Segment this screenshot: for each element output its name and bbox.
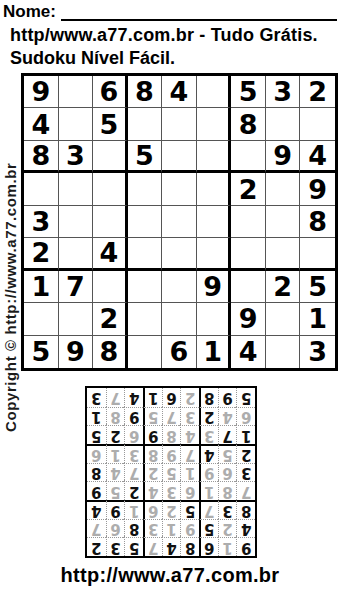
solution-cell-r7c9: 5 <box>87 425 106 444</box>
puzzle-cell-r9c2[interactable]: 9 <box>59 336 94 368</box>
vertical-copyright-text: Copyright © http://www.a77.com.br <box>2 163 19 432</box>
puzzle-cell-r2c1[interactable]: 4 <box>24 108 59 140</box>
puzzle-cell-r4c5[interactable] <box>162 173 197 205</box>
solution-cell-r7c4: 4 <box>180 425 199 444</box>
solution-cell-r6c3: 4 <box>199 444 218 463</box>
solution-cell-r1c6: 7 <box>143 537 162 556</box>
puzzle-cell-r9c5[interactable]: 6 <box>162 336 197 368</box>
solution-cell-r9c4: 2 <box>180 388 199 407</box>
solution-cell-r7c2: 7 <box>218 425 237 444</box>
puzzle-cell-r3c5[interactable] <box>162 141 197 173</box>
puzzle-cell-r3c4[interactable]: 5 <box>128 141 163 173</box>
puzzle-cell-r2c3[interactable]: 5 <box>93 108 128 140</box>
solution-cell-r5c7: 7 <box>124 463 143 482</box>
puzzle-cell-r6c2[interactable] <box>59 238 94 270</box>
puzzle-cell-r8c6[interactable] <box>197 303 232 335</box>
solution-cell-r1c2: 1 <box>218 537 237 556</box>
puzzle-cell-r1c3[interactable]: 6 <box>93 76 128 108</box>
puzzle-cell-r4c4[interactable] <box>128 173 163 205</box>
solution-cell-r6c2: 5 <box>218 444 237 463</box>
puzzle-cell-r5c5[interactable] <box>162 206 197 238</box>
name-underline-field[interactable] <box>61 19 337 21</box>
solution-cell-r2c4: 9 <box>180 519 199 538</box>
puzzle-cell-r1c6[interactable] <box>197 76 232 108</box>
solution-cell-r9c7: 4 <box>124 388 143 407</box>
puzzle-cell-r7c3[interactable] <box>93 271 128 303</box>
solution-cell-r5c1: 3 <box>236 463 255 482</box>
puzzle-cell-r1c7[interactable]: 5 <box>231 76 266 108</box>
puzzle-cell-r3c6[interactable] <box>197 141 232 173</box>
solution-cell-r6c5: 9 <box>162 444 181 463</box>
footer-url: http://www.a77.com.br <box>0 564 340 587</box>
solution-cell-r5c4: 1 <box>180 463 199 482</box>
puzzle-cell-r8c9[interactable]: 1 <box>300 303 335 335</box>
solution-cell-r3c5: 2 <box>162 500 181 519</box>
puzzle-cell-r5c9[interactable]: 8 <box>300 206 335 238</box>
solution-cell-r9c9: 3 <box>87 388 106 407</box>
solution-cell-r1c1: 9 <box>236 537 255 556</box>
solution-cell-r8c4: 3 <box>180 407 199 426</box>
solution-cell-r9c1: 5 <box>236 388 255 407</box>
solution-cell-r1c7: 5 <box>124 537 143 556</box>
solution-cell-r2c9: 7 <box>87 519 106 538</box>
solution-cell-r4c8: 5 <box>106 481 125 500</box>
puzzle-cell-r8c1[interactable] <box>24 303 59 335</box>
solution-cell-r1c9: 2 <box>87 537 106 556</box>
puzzle-cell-r7c9[interactable]: 5 <box>300 271 335 303</box>
solution-cell-r7c6: 9 <box>143 425 162 444</box>
puzzle-cell-r3c7[interactable] <box>231 141 266 173</box>
puzzle-cell-r8c4[interactable] <box>128 303 163 335</box>
solution-cell-r6c7: 3 <box>124 444 143 463</box>
solution-cell-r6c4: 7 <box>180 444 199 463</box>
puzzle-cell-r1c2[interactable] <box>59 76 94 108</box>
puzzle-cell-r2c4[interactable] <box>128 108 163 140</box>
puzzle-cell-r7c7[interactable] <box>231 271 266 303</box>
puzzle-cell-r7c8[interactable]: 2 <box>266 271 301 303</box>
solution-cell-r5c6: 2 <box>143 463 162 482</box>
puzzle-cell-r5c4[interactable] <box>128 206 163 238</box>
puzzle-cell-r5c6[interactable] <box>197 206 232 238</box>
solution-cell-r9c8: 7 <box>106 388 125 407</box>
puzzle-cell-r1c5[interactable]: 4 <box>162 76 197 108</box>
puzzle-cell-r4c6[interactable] <box>197 173 232 205</box>
puzzle-cell-r9c7[interactable]: 4 <box>231 336 266 368</box>
solution-cell-r6c9: 6 <box>87 444 106 463</box>
solution-cell-r5c8: 4 <box>106 463 125 482</box>
solution-cell-r7c1: 1 <box>236 425 255 444</box>
solution-cell-r9c5: 6 <box>162 388 181 407</box>
puzzle-cell-r8c2[interactable] <box>59 303 94 335</box>
puzzle-cell-r8c3[interactable]: 2 <box>93 303 128 335</box>
puzzle-cell-r7c4[interactable] <box>128 271 163 303</box>
solution-cell-r5c2: 6 <box>218 463 237 482</box>
solution-cell-r2c1: 4 <box>236 519 255 538</box>
puzzle-cell-r9c4[interactable] <box>128 336 163 368</box>
solution-cell-r2c7: 8 <box>124 519 143 538</box>
puzzle-cell-r6c1[interactable]: 2 <box>24 238 59 270</box>
solution-cell-r6c6: 8 <box>143 444 162 463</box>
solution-cell-r3c2: 3 <box>218 500 237 519</box>
solution-cell-r8c7: 9 <box>124 407 143 426</box>
puzzle-cell-r7c6[interactable]: 9 <box>197 271 232 303</box>
solution-cell-r2c6: 3 <box>143 519 162 538</box>
solution-cell-r2c5: 1 <box>162 519 181 538</box>
solution-cell-r1c8: 3 <box>106 537 125 556</box>
solution-cell-r7c8: 2 <box>106 425 125 444</box>
puzzle-cell-r3c1[interactable]: 8 <box>24 141 59 173</box>
puzzle-cell-r4c8[interactable] <box>266 173 301 205</box>
puzzle-cell-r9c8[interactable] <box>266 336 301 368</box>
puzzle-cell-r6c9[interactable] <box>300 238 335 270</box>
puzzle-cell-r4c1[interactable] <box>24 173 59 205</box>
puzzle-cell-r6c3[interactable]: 4 <box>93 238 128 270</box>
puzzle-cell-r9c9[interactable]: 3 <box>300 336 335 368</box>
puzzle-cell-r6c7[interactable] <box>231 238 266 270</box>
puzzle-title: Sudoku Nível Fácil. <box>10 48 175 69</box>
solution-cell-r1c5: 4 <box>162 537 181 556</box>
puzzle-cell-r5c1[interactable]: 3 <box>24 206 59 238</box>
solution-cell-r1c4: 8 <box>180 537 199 556</box>
puzzle-cell-r8c7[interactable]: 9 <box>231 303 266 335</box>
solution-cell-r4c7: 2 <box>124 481 143 500</box>
solution-cell-r3c7: 1 <box>124 500 143 519</box>
solution-cell-r7c7: 6 <box>124 425 143 444</box>
solution-cell-r6c8: 1 <box>106 444 125 463</box>
solution-cell-r9c6: 1 <box>143 388 162 407</box>
puzzle-cell-r2c6[interactable] <box>197 108 232 140</box>
name-label: Nome: <box>3 2 56 22</box>
puzzle-cell-r1c1[interactable]: 9 <box>24 76 59 108</box>
puzzle-cell-r6c4[interactable] <box>128 238 163 270</box>
solution-cell-r4c6: 4 <box>143 481 162 500</box>
sudoku-solution-grid-upside-down: 9168475324259138678375261947816342593691… <box>85 386 257 558</box>
solution-cell-r3c9: 4 <box>87 500 106 519</box>
puzzle-cell-r6c5[interactable] <box>162 238 197 270</box>
solution-cell-r8c1: 6 <box>236 407 255 426</box>
solution-cell-r8c8: 8 <box>106 407 125 426</box>
puzzle-cell-r3c3[interactable] <box>93 141 128 173</box>
puzzle-cell-r4c9[interactable]: 9 <box>300 173 335 205</box>
puzzle-cell-r5c3[interactable] <box>93 206 128 238</box>
solution-cell-r8c6: 5 <box>143 407 162 426</box>
puzzle-cell-r1c8[interactable]: 3 <box>266 76 301 108</box>
puzzle-cell-r2c2[interactable] <box>59 108 94 140</box>
puzzle-cell-r8c5[interactable] <box>162 303 197 335</box>
solution-cell-r1c3: 6 <box>199 537 218 556</box>
puzzle-cell-r5c2[interactable] <box>59 206 94 238</box>
solution-cell-r8c9: 1 <box>87 407 106 426</box>
solution-cell-r6c1: 2 <box>236 444 255 463</box>
solution-cell-r3c8: 9 <box>106 500 125 519</box>
solution-cell-r4c4: 6 <box>180 481 199 500</box>
sudoku-puzzle-grid: 968453245883594293824179252915986143 <box>21 73 338 371</box>
solution-cell-r4c1: 7 <box>236 481 255 500</box>
solution-cell-r8c3: 2 <box>199 407 218 426</box>
solution-cell-r8c2: 4 <box>218 407 237 426</box>
puzzle-cell-r3c8[interactable]: 9 <box>266 141 301 173</box>
puzzle-cell-r1c4[interactable]: 8 <box>128 76 163 108</box>
solution-cell-r7c5: 8 <box>162 425 181 444</box>
solution-cell-r3c6: 6 <box>143 500 162 519</box>
puzzle-cell-r9c3[interactable]: 8 <box>93 336 128 368</box>
site-header-text: http/www.a77.com.br - Tudo Grátis. <box>10 25 318 46</box>
puzzle-cell-r2c9[interactable] <box>300 108 335 140</box>
solution-cell-r4c3: 1 <box>199 481 218 500</box>
solution-cell-r5c3: 9 <box>199 463 218 482</box>
puzzle-cell-r9c6[interactable]: 1 <box>197 336 232 368</box>
puzzle-cell-r7c1[interactable]: 1 <box>24 271 59 303</box>
puzzle-cell-r1c9[interactable]: 2 <box>300 76 335 108</box>
puzzle-cell-r3c2[interactable]: 3 <box>59 141 94 173</box>
puzzle-cell-r4c7[interactable]: 2 <box>231 173 266 205</box>
solution-cell-r4c5: 3 <box>162 481 181 500</box>
solution-cell-r8c5: 7 <box>162 407 181 426</box>
solution-cell-r3c4: 5 <box>180 500 199 519</box>
solution-cell-r3c1: 8 <box>236 500 255 519</box>
solution-cell-r4c2: 8 <box>218 481 237 500</box>
puzzle-cell-r2c5[interactable] <box>162 108 197 140</box>
puzzle-cell-r4c2[interactable] <box>59 173 94 205</box>
solution-cell-r2c8: 6 <box>106 519 125 538</box>
puzzle-cell-r8c8[interactable] <box>266 303 301 335</box>
puzzle-cell-r2c7[interactable]: 8 <box>231 108 266 140</box>
puzzle-cell-r7c5[interactable] <box>162 271 197 303</box>
solution-cell-r7c3: 3 <box>199 425 218 444</box>
puzzle-cell-r2c8[interactable] <box>266 108 301 140</box>
solution-cell-r3c3: 7 <box>199 500 218 519</box>
solution-cell-r2c2: 2 <box>218 519 237 538</box>
solution-cell-r5c5: 5 <box>162 463 181 482</box>
puzzle-cell-r7c2[interactable]: 7 <box>59 271 94 303</box>
puzzle-cell-r9c1[interactable]: 5 <box>24 336 59 368</box>
puzzle-cell-r5c7[interactable] <box>231 206 266 238</box>
solution-cell-r9c2: 9 <box>218 388 237 407</box>
puzzle-cell-r6c8[interactable] <box>266 238 301 270</box>
solution-cell-r2c3: 5 <box>199 519 218 538</box>
solution-cell-r9c3: 8 <box>199 388 218 407</box>
solution-cell-r4c9: 9 <box>87 481 106 500</box>
puzzle-cell-r4c3[interactable] <box>93 173 128 205</box>
puzzle-cell-r6c6[interactable] <box>197 238 232 270</box>
solution-cell-r5c9: 8 <box>87 463 106 482</box>
puzzle-cell-r5c8[interactable] <box>266 206 301 238</box>
puzzle-cell-r3c9[interactable]: 4 <box>300 141 335 173</box>
